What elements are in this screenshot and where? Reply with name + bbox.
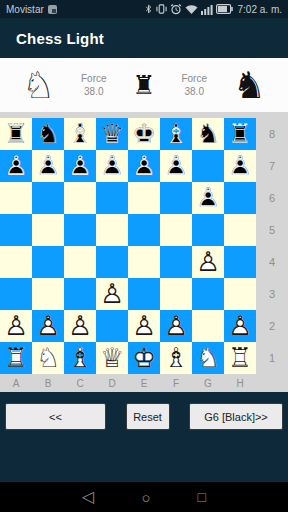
square-g3[interactable] [192,278,224,310]
vibrate-icon [156,3,167,15]
square-g6-black-pawn[interactable]: ♟♙ [192,182,224,214]
square-a8-black-rook[interactable]: ♜♖ [0,118,32,150]
square-f3[interactable] [160,278,192,310]
white-rook-piece: ♖ [224,342,256,374]
square-a5[interactable] [0,214,32,246]
square-b5[interactable] [32,214,64,246]
recents-icon[interactable]: □ [197,490,205,504]
white-queen-fill: ♛ [96,342,128,374]
square-h5[interactable] [224,214,256,246]
black-pawn-fill: ♟ [128,150,160,182]
black-rook-piece: ♖ [0,118,32,150]
file-label-c: C [64,378,96,389]
black-pawn-fill: ♟ [32,150,64,182]
black-queen-piece: ♕ [96,118,128,150]
black-rook-fill: ♜ [0,118,32,150]
rank-label-4: 4 [256,246,288,278]
white-pawn-piece: ♙ [32,310,64,342]
square-e2-white-pawn[interactable]: ♟♙ [128,310,160,342]
square-e7-black-pawn[interactable]: ♟♙ [128,150,160,182]
controls-area: << Reset G6 [Black]>> [0,392,288,482]
page-title: Chess Light [16,30,104,47]
square-c8-black-bishop[interactable]: ♝♗ [64,118,96,150]
square-e4[interactable] [128,246,160,278]
square-b4[interactable] [32,246,64,278]
home-icon[interactable]: ○ [141,490,150,505]
black-rook-piece: ♖ [224,118,256,150]
white-bishop-piece: ♗ [64,342,96,374]
square-f7-black-pawn[interactable]: ♟♙ [160,150,192,182]
black-pawn-fill: ♟ [192,182,224,214]
white-pawn-piece: ♙ [224,310,256,342]
square-c6[interactable] [64,182,96,214]
black-pawn-fill: ♟ [96,150,128,182]
white-force-label: Force [81,72,107,85]
square-f2-white-pawn[interactable]: ♟♙ [160,310,192,342]
black-knight-fill: ♞ [32,118,64,150]
black-pawn-fill: ♟ [160,150,192,182]
black-rook-icon: ♜ [132,72,155,98]
carrier-label: Movistar [6,4,44,15]
wifi-icon [185,4,198,15]
black-pawn-piece: ♙ [96,150,128,182]
black-knight-piece: ♘ [32,118,64,150]
black-king-fill: ♚ [128,118,160,150]
square-e1-white-king[interactable]: ♚♔ [128,342,160,374]
square-e5[interactable] [128,214,160,246]
square-c7-black-pawn[interactable]: ♟♙ [64,150,96,182]
forward-move-button[interactable]: G6 [Black]>> [189,403,283,430]
square-d8-black-queen[interactable]: ♛♕ [96,118,128,150]
square-f6[interactable] [160,182,192,214]
title-bar: Chess Light [0,18,288,58]
white-pawn-fill: ♟ [160,310,192,342]
square-c4[interactable] [64,246,96,278]
undo-button[interactable]: << [5,403,106,430]
white-pawn-fill: ♟ [32,310,64,342]
white-pawn-piece: ♙ [64,310,96,342]
file-label-d: D [96,378,128,389]
square-c1-white-bishop[interactable]: ♝♗ [64,342,96,374]
square-b6[interactable] [32,182,64,214]
square-h3[interactable] [224,278,256,310]
white-knight-icon: ♘ [22,67,55,104]
square-d4[interactable] [96,246,128,278]
square-g1-white-knight[interactable]: ♞♘ [192,342,224,374]
white-force-value: 38.0 [81,85,107,98]
white-rook-fill: ♜ [0,342,32,374]
white-knight-piece: ♘ [192,342,224,374]
square-b8-black-knight[interactable]: ♞♘ [32,118,64,150]
square-d6[interactable] [96,182,128,214]
square-e3[interactable] [128,278,160,310]
sim-icon [48,5,57,14]
square-c3[interactable] [64,278,96,310]
file-label-b: B [32,378,64,389]
square-h1-white-rook[interactable]: ♜♖ [224,342,256,374]
square-h6[interactable] [224,182,256,214]
square-b2-white-pawn[interactable]: ♟♙ [32,310,64,342]
black-pawn-piece: ♙ [32,150,64,182]
square-b1-white-knight[interactable]: ♞♘ [32,342,64,374]
chess-board[interactable]: ♜♖♞♘♝♗♛♕♚♔♝♗♞♘♜♖♟♙♟♙♟♙♟♙♟♙♟♙♟♙♟♙♟♙♟♙♟♙♟♙… [0,118,256,374]
square-h2-white-pawn[interactable]: ♟♙ [224,310,256,342]
bluetooth-icon [144,3,153,15]
square-e8-black-king[interactable]: ♚♔ [128,118,160,150]
black-pawn-piece: ♙ [0,150,32,182]
square-f4[interactable] [160,246,192,278]
file-label-h: H [224,378,256,389]
rank-label-8: 8 [256,118,288,150]
black-king-piece: ♔ [128,118,160,150]
board-area: ♜♖♞♘♝♗♛♕♚♔♝♗♞♘♜♖♟♙♟♙♟♙♟♙♟♙♟♙♟♙♟♙♟♙♟♙♟♙♟♙… [0,112,288,392]
white-pawn-fill: ♟ [192,246,224,278]
white-bishop-piece: ♗ [160,342,192,374]
square-d5[interactable] [96,214,128,246]
square-f8-black-bishop[interactable]: ♝♗ [160,118,192,150]
white-force: Force 38.0 [81,72,107,98]
white-pawn-piece: ♙ [192,246,224,278]
white-knight-fill: ♞ [32,342,64,374]
rank-labels: 87654321 [256,118,288,374]
android-nav-bar: ◁ ○ □ [0,482,288,512]
file-label-e: E [128,378,160,389]
white-pawn-fill: ♟ [0,310,32,342]
black-bishop-fill: ♝ [160,118,192,150]
square-a2-white-pawn[interactable]: ♟♙ [0,310,32,342]
white-bishop-fill: ♝ [64,342,96,374]
black-force-value: 38.0 [181,85,207,98]
square-b3[interactable] [32,278,64,310]
white-pawn-fill: ♟ [64,310,96,342]
white-king-fill: ♚ [128,342,160,374]
square-g2[interactable] [192,310,224,342]
square-g5[interactable] [192,214,224,246]
rank-label-5: 5 [256,214,288,246]
rank-label-3: 3 [256,278,288,310]
white-pawn-piece: ♙ [96,278,128,310]
square-g4-white-pawn[interactable]: ♟♙ [192,246,224,278]
black-bishop-piece: ♗ [160,118,192,150]
square-c5[interactable] [64,214,96,246]
square-a4[interactable] [0,246,32,278]
force-panel: ♘ Force 38.0 ♜ Force 38.0 ♞ [0,58,288,112]
white-queen-piece: ♕ [96,342,128,374]
square-a3[interactable] [0,278,32,310]
back-icon[interactable]: ◁ [82,489,94,505]
white-knight-fill: ♞ [192,342,224,374]
black-pawn-fill: ♟ [64,150,96,182]
screen: Movistar 7:02 a. m. [0,0,288,512]
clock-label: 7:02 a. m. [238,4,282,15]
black-force: Force 38.0 [181,72,207,98]
file-label-f: F [160,378,192,389]
black-pawn-piece: ♙ [224,150,256,182]
square-a6[interactable] [0,182,32,214]
file-label-a: A [0,378,32,389]
white-rook-piece: ♖ [0,342,32,374]
white-pawn-piece: ♙ [0,310,32,342]
square-g8-black-knight[interactable]: ♞♘ [192,118,224,150]
rank-label-1: 1 [256,342,288,374]
status-bar: Movistar 7:02 a. m. [0,0,288,18]
black-knight-icon: ♞ [233,67,266,104]
square-h8-black-rook[interactable]: ♜♖ [224,118,256,150]
reset-button[interactable]: Reset [126,403,170,430]
black-pawn-fill: ♟ [0,150,32,182]
square-b7-black-pawn[interactable]: ♟♙ [32,150,64,182]
rank-label-6: 6 [256,182,288,214]
white-pawn-fill: ♟ [224,310,256,342]
white-pawn-fill: ♟ [128,310,160,342]
square-a1-white-rook[interactable]: ♜♖ [0,342,32,374]
white-pawn-fill: ♟ [96,278,128,310]
square-f1-white-bishop[interactable]: ♝♗ [160,342,192,374]
black-bishop-piece: ♗ [64,118,96,150]
white-knight-piece: ♘ [32,342,64,374]
square-d3-white-pawn[interactable]: ♟♙ [96,278,128,310]
rank-label-7: 7 [256,150,288,182]
white-bishop-fill: ♝ [160,342,192,374]
square-g7[interactable] [192,150,224,182]
battery-icon [216,4,233,14]
square-c2-white-pawn[interactable]: ♟♙ [64,310,96,342]
square-e6[interactable] [128,182,160,214]
black-rook-fill: ♜ [224,118,256,150]
black-pawn-fill: ♟ [224,150,256,182]
square-f5[interactable] [160,214,192,246]
black-knight-piece: ♘ [192,118,224,150]
black-pawn-piece: ♙ [160,150,192,182]
black-force-label: Force [181,72,207,85]
black-bishop-fill: ♝ [64,118,96,150]
white-pawn-piece: ♙ [128,310,160,342]
file-labels: ABCDEFGH [0,374,288,392]
black-queen-fill: ♛ [96,118,128,150]
square-h4[interactable] [224,246,256,278]
black-knight-fill: ♞ [192,118,224,150]
rank-label-2: 2 [256,310,288,342]
white-king-piece: ♔ [128,342,160,374]
square-a7-black-pawn[interactable]: ♟♙ [0,150,32,182]
white-rook-fill: ♜ [224,342,256,374]
white-pawn-piece: ♙ [160,310,192,342]
square-h7-black-pawn[interactable]: ♟♙ [224,150,256,182]
alarm-icon [170,3,182,15]
file-label-g: G [192,378,224,389]
square-d1-white-queen[interactable]: ♛♕ [96,342,128,374]
square-d7-black-pawn[interactable]: ♟♙ [96,150,128,182]
black-pawn-piece: ♙ [192,182,224,214]
square-d2[interactable] [96,310,128,342]
black-pawn-piece: ♙ [64,150,96,182]
signal-icon [201,4,213,15]
black-pawn-piece: ♙ [128,150,160,182]
